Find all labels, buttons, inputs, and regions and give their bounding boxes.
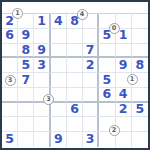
cell-r5c3[interactable] [34, 73, 50, 88]
cell-r6c1[interactable] [2, 88, 18, 103]
cell-r4c8[interactable]: 9 [116, 58, 132, 73]
cell-r5c6[interactable] [83, 73, 99, 88]
cell-r4c1[interactable] [2, 58, 18, 73]
cell-r7c9[interactable]: 5 [132, 103, 148, 118]
cell-r1c3[interactable]: 1 [34, 14, 50, 29]
cell-r7c5[interactable]: 6 [67, 103, 83, 118]
circle-clue-3: 3 [5, 75, 16, 86]
cell-r7c8[interactable]: 2 [116, 103, 132, 118]
cell-r4c4[interactable] [51, 58, 67, 73]
cell-r3c1[interactable] [2, 44, 18, 59]
cell-r8c1[interactable] [2, 117, 18, 132]
sudoku-board: 21486951897532987564625593 1403312 [0, 0, 150, 150]
cell-r8c4[interactable] [51, 117, 67, 132]
cell-r4c5[interactable] [67, 58, 83, 73]
cell-r4c3[interactable]: 3 [34, 58, 50, 73]
cell-r6c2[interactable] [18, 88, 34, 103]
cell-r9c2[interactable] [18, 132, 34, 147]
cell-r5c5[interactable] [67, 73, 83, 88]
circle-clue-4: 4 [77, 9, 88, 20]
cell-r6c7[interactable]: 6 [99, 88, 115, 103]
cell-r7c4[interactable] [51, 103, 67, 118]
cell-r5c2[interactable]: 7 [18, 73, 34, 88]
cell-r7c1[interactable] [2, 103, 18, 118]
cell-r7c7[interactable] [99, 103, 115, 118]
cell-r8c9[interactable] [132, 117, 148, 132]
cell-r1c9[interactable] [132, 14, 148, 29]
cell-r5c4[interactable] [51, 73, 67, 88]
cell-r7c6[interactable] [83, 103, 99, 118]
cell-r4c7[interactable] [99, 58, 115, 73]
cell-r2c5[interactable] [67, 29, 83, 44]
cell-r9c1[interactable]: 5 [2, 132, 18, 147]
cell-r1c4[interactable]: 4 [51, 14, 67, 29]
cell-r3c5[interactable] [67, 44, 83, 59]
cell-r8c2[interactable] [18, 117, 34, 132]
circle-clue-0: 0 [109, 23, 120, 34]
cell-r2c1[interactable]: 6 [2, 29, 18, 44]
cell-r7c2[interactable] [18, 103, 34, 118]
circle-clue-1: 1 [12, 8, 23, 19]
cell-r4c9[interactable]: 8 [132, 58, 148, 73]
cell-r9c9[interactable] [132, 132, 148, 147]
cell-r7c3[interactable] [34, 103, 50, 118]
cell-r8c3[interactable] [34, 117, 50, 132]
cell-r8c5[interactable] [67, 117, 83, 132]
cell-r3c7[interactable] [99, 44, 115, 59]
cell-r6c6[interactable] [83, 88, 99, 103]
cell-r3c4[interactable] [51, 44, 67, 59]
cell-r8c6[interactable] [83, 117, 99, 132]
cell-r4c6[interactable]: 2 [83, 58, 99, 73]
cell-r9c4[interactable]: 9 [51, 132, 67, 147]
cell-r2c9[interactable] [132, 29, 148, 44]
cell-r9c3[interactable] [34, 132, 50, 147]
cell-r9c5[interactable] [67, 132, 83, 147]
circle-clue-3: 3 [43, 94, 54, 105]
cell-r2c4[interactable] [51, 29, 67, 44]
circle-clue-1: 1 [127, 74, 138, 85]
cell-r9c6[interactable]: 3 [83, 132, 99, 147]
circle-clue-2: 2 [109, 125, 120, 136]
cell-r4c2[interactable]: 5 [18, 58, 34, 73]
